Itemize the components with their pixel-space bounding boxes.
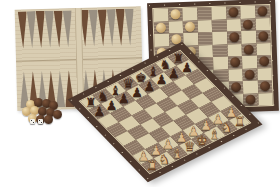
checkers-square bbox=[257, 80, 272, 93]
checkers-square bbox=[258, 92, 273, 105]
loose-checker-dark bbox=[44, 115, 53, 124]
checkers-square bbox=[197, 20, 212, 33]
backgammon-point-brown bbox=[98, 9, 108, 46]
checkers-square bbox=[240, 6, 255, 19]
die bbox=[30, 119, 35, 124]
backgammon-point-taupe bbox=[125, 9, 135, 46]
checkers-square bbox=[226, 19, 241, 32]
backgammon-point-brown bbox=[18, 11, 28, 48]
chess-piece-black-pawn: ♟ bbox=[169, 67, 181, 80]
checkers-square bbox=[241, 30, 256, 43]
backgammon-point-taupe bbox=[89, 9, 99, 46]
loose-checker-dark bbox=[53, 110, 62, 119]
checkers-square bbox=[183, 20, 198, 33]
checkers-square bbox=[256, 42, 271, 55]
checkers-square bbox=[255, 17, 270, 30]
chess-piece-white-bishop: ♝ bbox=[171, 146, 183, 159]
checker-dark bbox=[243, 19, 253, 29]
game-set-photo: ♜♞♝♛♚♝♞♜♟♟♟♟♟♟♟♟♟♟♟♟♟♟♟♟♜♞♝♛♚♝♞♜ bbox=[0, 0, 280, 187]
backgammon-point-taupe bbox=[27, 11, 37, 48]
chess-piece-black-pawn: ♟ bbox=[106, 99, 118, 112]
checkers-square bbox=[227, 56, 242, 69]
checker-dark bbox=[258, 31, 268, 41]
checkers-square bbox=[183, 33, 198, 46]
checkers-square bbox=[198, 32, 213, 45]
chess-piece-white-king: ♚ bbox=[196, 134, 208, 147]
checkers-square bbox=[256, 30, 271, 43]
checker-dark bbox=[257, 6, 267, 16]
checkers-square bbox=[242, 43, 257, 56]
checkers-square bbox=[213, 56, 228, 69]
chess-piece-black-pawn: ♟ bbox=[131, 86, 143, 99]
checkers-square bbox=[211, 7, 226, 20]
checker-dark bbox=[259, 56, 269, 66]
checkers-square bbox=[168, 8, 183, 21]
checkers-square bbox=[197, 7, 212, 20]
chess-piece-white-rook: ♜ bbox=[146, 159, 158, 172]
checker-light bbox=[156, 22, 166, 32]
checkers-square bbox=[257, 67, 272, 80]
chess-piece-black-pawn: ♟ bbox=[94, 105, 106, 118]
chess-piece-white-rook: ♜ bbox=[234, 115, 246, 128]
backgammon-point-brown bbox=[36, 11, 46, 48]
checkers-square bbox=[153, 9, 168, 22]
checkers-square bbox=[198, 45, 213, 58]
checkers-square bbox=[243, 80, 258, 93]
checkers-square bbox=[168, 21, 183, 34]
checker-light bbox=[185, 21, 195, 31]
checkers-square bbox=[213, 44, 228, 57]
checker-dark bbox=[245, 69, 255, 79]
checkers-square bbox=[242, 68, 257, 81]
backgammon-point-brown bbox=[116, 9, 126, 46]
checkers-square bbox=[182, 8, 197, 21]
checkers-square bbox=[228, 68, 243, 81]
backgammon-point-brown bbox=[54, 10, 64, 47]
chess-piece-black-pawn: ♟ bbox=[119, 92, 131, 105]
checkers-square bbox=[243, 93, 258, 106]
chess-piece-white-queen: ♛ bbox=[184, 140, 196, 153]
checkers-square bbox=[212, 19, 227, 32]
checkers-square bbox=[256, 55, 271, 68]
checkers-square bbox=[227, 43, 242, 56]
checker-dark bbox=[231, 82, 241, 92]
checkers-square bbox=[242, 55, 257, 68]
checker-dark bbox=[228, 7, 238, 17]
backgammon-point-taupe bbox=[107, 9, 117, 46]
checkers-square bbox=[212, 32, 227, 45]
checker-dark bbox=[244, 44, 254, 54]
backgammon-point-taupe bbox=[63, 10, 73, 47]
checker-dark bbox=[260, 81, 270, 91]
checker-light bbox=[170, 9, 180, 19]
chess-piece-black-pawn: ♟ bbox=[156, 74, 168, 87]
checker-dark bbox=[229, 32, 239, 42]
dice-pair bbox=[30, 119, 43, 124]
checkers-square bbox=[226, 6, 241, 19]
checkers-pile bbox=[22, 97, 64, 125]
die bbox=[38, 119, 43, 124]
checkers-square bbox=[241, 18, 256, 31]
chess-piece-white-knight: ♞ bbox=[159, 153, 171, 166]
chess-piece-black-pawn: ♟ bbox=[181, 61, 193, 74]
checkers-square bbox=[255, 5, 270, 18]
checkers-square bbox=[154, 34, 169, 47]
backgammon-point-taupe bbox=[45, 11, 55, 48]
checker-dark bbox=[246, 94, 256, 104]
chess-piece-white-knight: ♞ bbox=[221, 121, 233, 134]
chess-piece-black-pawn: ♟ bbox=[144, 80, 156, 93]
checkers-square bbox=[154, 21, 169, 34]
checker-dark bbox=[230, 57, 240, 67]
checkers-square bbox=[227, 31, 242, 44]
chess-piece-white-bishop: ♝ bbox=[209, 128, 221, 141]
